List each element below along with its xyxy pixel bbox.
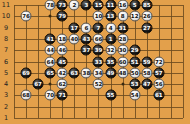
black-stone-31: 31 (117, 22, 128, 33)
grid-vline (38, 5, 39, 118)
black-stone-51: 51 (129, 56, 140, 67)
white-stone-70: 70 (45, 90, 56, 101)
black-stone-15: 15 (93, 0, 104, 11)
black-stone-41: 41 (45, 33, 56, 44)
white-stone-8: 8 (117, 11, 128, 22)
black-stone-43: 43 (81, 33, 92, 44)
black-stone-39: 39 (93, 45, 104, 56)
row-coordinate-label: 8 (0, 35, 12, 42)
white-stone-54: 54 (129, 90, 140, 101)
black-stone-71: 71 (57, 90, 68, 101)
grid-vline (183, 5, 184, 118)
black-stone-53: 53 (129, 79, 140, 90)
grid-hline (14, 118, 183, 119)
black-stone-33: 33 (93, 56, 104, 67)
black-stone-63: 63 (69, 67, 80, 78)
black-stone-35: 35 (105, 56, 116, 67)
white-stone-42: 42 (57, 67, 68, 78)
white-stone-28: 28 (117, 33, 128, 44)
black-stone-65: 65 (45, 67, 56, 78)
row-coordinate-label: 11 (0, 2, 12, 9)
star-point (121, 83, 124, 86)
white-stone-6: 6 (81, 22, 92, 33)
star-point (49, 15, 52, 18)
white-stone-40: 40 (69, 33, 80, 44)
black-stone-47: 47 (141, 79, 152, 90)
black-stone-29: 29 (129, 45, 140, 56)
row-coordinate-label: 9 (0, 24, 12, 31)
black-stone-49: 49 (105, 67, 116, 78)
go-board-diagram[interactable]: 1110987654321787323151116585767910138122… (0, 0, 190, 124)
white-stone-64: 64 (45, 56, 56, 67)
white-stone-4: 4 (105, 22, 116, 33)
white-stone-46: 46 (57, 45, 68, 56)
black-stone-61: 61 (153, 90, 164, 101)
white-stone-2: 2 (69, 0, 80, 11)
white-stone-62: 62 (57, 79, 68, 90)
row-coordinate-label: 1 (0, 115, 12, 122)
grid-vline (26, 5, 27, 118)
black-stone-73: 73 (57, 0, 68, 11)
white-stone-30: 30 (117, 45, 128, 56)
white-stone-10: 10 (93, 11, 104, 22)
white-stone-58: 58 (141, 67, 152, 78)
black-stone-59: 59 (141, 56, 152, 67)
row-coordinate-label: 2 (0, 103, 12, 110)
grid-vline (171, 5, 172, 118)
white-stone-38: 38 (81, 67, 92, 78)
black-stone-5: 5 (129, 0, 140, 11)
black-stone-79: 79 (57, 11, 68, 22)
white-stone-34: 34 (93, 67, 104, 78)
white-stone-26: 26 (141, 11, 152, 22)
white-stone-76: 76 (21, 11, 32, 22)
star-point (49, 83, 52, 86)
white-stone-60: 60 (117, 56, 128, 67)
black-stone-7: 7 (93, 22, 104, 33)
black-stone-45: 45 (57, 56, 68, 67)
row-coordinate-label: 5 (0, 69, 12, 76)
white-stone-16: 16 (117, 0, 128, 11)
white-stone-50: 50 (129, 67, 140, 78)
black-stone-13: 13 (105, 11, 116, 22)
black-stone-67: 67 (33, 79, 44, 90)
white-stone-12: 12 (129, 11, 140, 22)
black-stone-57: 57 (153, 67, 164, 78)
black-stone-37: 37 (81, 45, 92, 56)
white-stone-78: 78 (45, 0, 56, 11)
white-stone-44: 44 (45, 45, 56, 56)
white-stone-72: 72 (153, 56, 164, 67)
black-stone-3: 3 (81, 0, 92, 11)
row-coordinate-label: 4 (0, 81, 12, 88)
grid-vline (14, 5, 15, 118)
black-stone-85: 85 (141, 0, 152, 11)
white-stone-32: 32 (105, 45, 116, 56)
white-stone-18: 18 (57, 33, 68, 44)
row-coordinate-label: 6 (0, 58, 12, 65)
white-stone-66: 66 (93, 33, 104, 44)
black-stone-27: 27 (141, 22, 152, 33)
white-stone-68: 68 (21, 90, 32, 101)
white-stone-48: 48 (117, 67, 128, 78)
black-stone-55: 55 (105, 90, 116, 101)
white-stone-56: 56 (153, 79, 164, 90)
black-stone-69: 69 (21, 67, 32, 78)
row-coordinate-label: 7 (0, 47, 12, 54)
black-stone-11: 11 (105, 0, 116, 11)
row-coordinate-label: 3 (0, 92, 12, 99)
black-stone-1: 1 (105, 33, 116, 44)
row-coordinate-label: 10 (0, 13, 12, 20)
black-stone-17: 17 (69, 22, 80, 33)
white-stone-52: 52 (93, 79, 104, 90)
